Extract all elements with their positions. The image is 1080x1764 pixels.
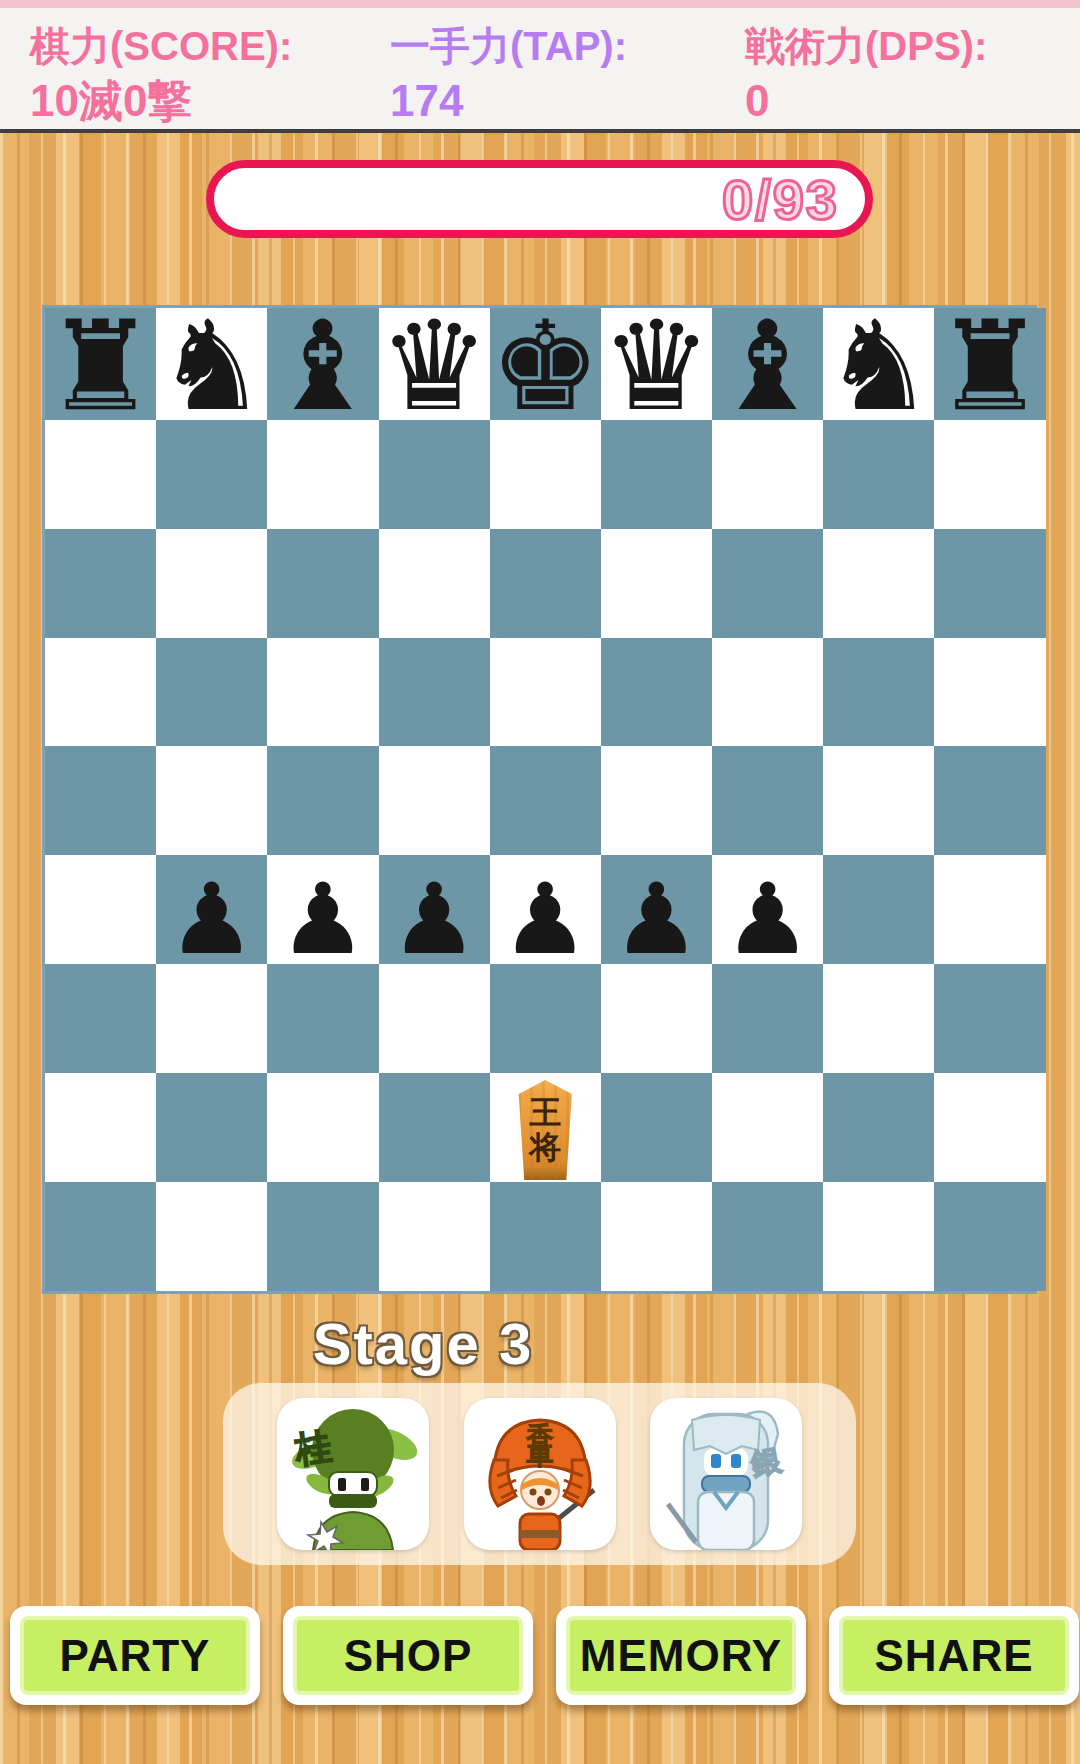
board-cell-r3c2[interactable]	[156, 529, 267, 638]
board-cell-r6c4[interactable]: ♟	[379, 855, 490, 964]
board-cell-r8c2[interactable]	[156, 1073, 267, 1182]
board-cell-r3c7[interactable]	[712, 529, 823, 638]
chess-piece-rook[interactable]: ♜	[934, 308, 1045, 426]
board-cell-r8c7[interactable]	[712, 1073, 823, 1182]
board-cell-r8c4[interactable]	[379, 1073, 490, 1182]
party-button-label: PARTY	[60, 1631, 211, 1681]
board-cell-r1c8[interactable]: ♞	[823, 308, 934, 420]
board-cell-r8c6[interactable]	[601, 1073, 712, 1182]
board-cell-r2c8[interactable]	[823, 420, 934, 529]
board-cell-r6c1[interactable]	[45, 855, 156, 964]
dps-stat: 戦術力(DPS): 0	[745, 20, 987, 126]
board-cell-r5c4[interactable]	[379, 746, 490, 855]
board-cell-r9c4[interactable]	[379, 1182, 490, 1291]
board-cell-r5c6[interactable]	[601, 746, 712, 855]
board-cell-r6c7[interactable]: ♟	[712, 855, 823, 964]
board-cell-r5c8[interactable]	[823, 746, 934, 855]
board-cell-r6c3[interactable]: ♟	[267, 855, 378, 964]
top-pink-strip	[0, 0, 1080, 8]
chess-piece-pawn[interactable]: ♟	[168, 873, 256, 966]
board-cell-r1c2[interactable]: ♞	[156, 308, 267, 420]
chess-piece-pawn[interactable]: ♟	[279, 873, 367, 966]
board-cell-r7c8[interactable]	[823, 964, 934, 1073]
shogi-king-kanji: 将	[529, 1130, 561, 1165]
board-cell-r9c7[interactable]	[712, 1182, 823, 1291]
board-cell-r6c5[interactable]: ♟	[490, 855, 601, 964]
share-button-label: SHARE	[874, 1631, 1033, 1681]
tap-label: 一手力(TAP):	[390, 20, 627, 72]
board-cell-r3c9[interactable]	[934, 529, 1045, 638]
chess-piece-bishop[interactable]: ♝	[712, 308, 823, 426]
board-cell-r4c5[interactable]	[490, 638, 601, 747]
shop-button-label: SHOP	[344, 1631, 473, 1681]
board-cell-r7c7[interactable]	[712, 964, 823, 1073]
board-cell-r8c1[interactable]	[45, 1073, 156, 1182]
board-cell-r9c9[interactable]	[934, 1182, 1045, 1291]
party-member-icon-gin[interactable]: 銀	[650, 1398, 802, 1550]
board-cell-r7c2[interactable]	[156, 964, 267, 1073]
chess-piece-pawn[interactable]: ♟	[390, 873, 478, 966]
chess-piece-pawn[interactable]: ♟	[501, 873, 589, 966]
board-cell-r1c5[interactable]: ♚	[490, 308, 601, 420]
board-cell-r4c8[interactable]	[823, 638, 934, 747]
board-cell-r2c5[interactable]	[490, 420, 601, 529]
board-cell-r8c9[interactable]	[934, 1073, 1045, 1182]
board-cell-r1c4[interactable]: ♛	[379, 308, 490, 420]
board-cell-r7c5[interactable]	[490, 964, 601, 1073]
stage-progress-bar: 0/93	[206, 160, 873, 238]
board-cell-r7c6[interactable]	[601, 964, 712, 1073]
memory-button-label: MEMORY	[580, 1631, 782, 1681]
board-cell-r4c9[interactable]	[934, 638, 1045, 747]
board-cell-r9c3[interactable]	[267, 1182, 378, 1291]
board-cell-r8c3[interactable]	[267, 1073, 378, 1182]
board-cell-r3c8[interactable]	[823, 529, 934, 638]
stats-header: 棋力(SCORE): 10滅0撃 一手力(TAP): 174 戦術力(DPS):…	[0, 8, 1080, 129]
chess-piece-queen[interactable]: ♛	[601, 308, 712, 426]
board-cell-r5c5[interactable]	[490, 746, 601, 855]
board-cell-r5c2[interactable]	[156, 746, 267, 855]
board-cell-r9c1[interactable]	[45, 1182, 156, 1291]
game-board: ♜♞♝♛♚♛♝♞♜♟♟♟♟♟♟王将	[42, 305, 1037, 1294]
board-cell-r1c1[interactable]: ♜	[45, 308, 156, 420]
board-cell-r5c9[interactable]	[934, 746, 1045, 855]
board-cell-r2c4[interactable]	[379, 420, 490, 529]
party-member-icon-keima[interactable]: 桂	[277, 1398, 429, 1550]
party-button[interactable]: PARTY	[10, 1606, 260, 1705]
board-cell-r4c1[interactable]	[45, 638, 156, 747]
chess-piece-rook[interactable]: ♜	[45, 308, 156, 426]
board-cell-r8c5[interactable]: 王将	[490, 1073, 601, 1182]
board-cell-r9c2[interactable]	[156, 1182, 267, 1291]
board-cell-r1c6[interactable]: ♛	[601, 308, 712, 420]
board-cell-r7c1[interactable]	[45, 964, 156, 1073]
member-kanji: 桂	[292, 1425, 334, 1471]
board-cell-r3c6[interactable]	[601, 529, 712, 638]
board-cell-r4c7[interactable]	[712, 638, 823, 747]
chess-piece-bishop[interactable]: ♝	[267, 308, 378, 426]
board-cell-r2c6[interactable]	[601, 420, 712, 529]
share-button[interactable]: SHARE	[829, 1606, 1079, 1705]
chess-piece-pawn[interactable]: ♟	[724, 873, 812, 966]
board-cell-r3c4[interactable]	[379, 529, 490, 638]
board-cell-r5c1[interactable]	[45, 746, 156, 855]
score-stat: 棋力(SCORE): 10滅0撃	[30, 20, 292, 126]
chess-piece-queen[interactable]: ♛	[379, 308, 490, 426]
board-cell-r6c2[interactable]: ♟	[156, 855, 267, 964]
board-cell-r3c5[interactable]	[490, 529, 601, 638]
progress-count: 0/93	[722, 167, 839, 232]
score-label: 棋力(SCORE):	[30, 20, 292, 72]
board-cell-r9c5[interactable]	[490, 1182, 601, 1291]
board-cell-r9c8[interactable]	[823, 1182, 934, 1291]
shogi-king-tile[interactable]: 王将	[506, 1080, 584, 1180]
memory-button[interactable]: MEMORY	[556, 1606, 806, 1705]
chess-piece-pawn[interactable]: ♟	[613, 873, 701, 966]
board-cell-r1c9[interactable]: ♜	[934, 308, 1045, 420]
party-member-icon-kyosha[interactable]: 香 車	[464, 1398, 616, 1550]
board-cell-r8c8[interactable]	[823, 1073, 934, 1182]
board-cell-r5c7[interactable]	[712, 746, 823, 855]
board-cell-r3c3[interactable]	[267, 529, 378, 638]
member-kanji-bottom: 車	[526, 1440, 554, 1470]
board-cell-r5c3[interactable]	[267, 746, 378, 855]
chess-piece-king[interactable]: ♚	[490, 308, 601, 426]
dps-value: 0	[745, 76, 987, 126]
header-divider	[0, 129, 1080, 133]
chess-piece-knight[interactable]: ♞	[156, 308, 267, 426]
board-cell-r3c1[interactable]	[45, 529, 156, 638]
stage-label: Stage 3	[233, 1310, 613, 1377]
board-cell-r2c7[interactable]	[712, 420, 823, 529]
score-value: 10滅0撃	[30, 76, 292, 126]
board-cell-r1c3[interactable]: ♝	[267, 308, 378, 420]
board-cell-r4c6[interactable]	[601, 638, 712, 747]
party-panel: 桂 香 車 銀	[223, 1383, 856, 1565]
board-cell-r7c3[interactable]	[267, 964, 378, 1073]
chess-piece-knight[interactable]: ♞	[823, 308, 934, 426]
board-cell-r1c7[interactable]: ♝	[712, 308, 823, 420]
board-cell-r2c2[interactable]	[156, 420, 267, 529]
board-cell-r4c2[interactable]	[156, 638, 267, 747]
tap-value: 174	[390, 76, 627, 126]
board-cell-r7c9[interactable]	[934, 964, 1045, 1073]
board-cell-r7c4[interactable]	[379, 964, 490, 1073]
dps-label: 戦術力(DPS):	[745, 20, 987, 72]
board-cell-r4c3[interactable]	[267, 638, 378, 747]
board-cell-r6c9[interactable]	[934, 855, 1045, 964]
board-cell-r2c1[interactable]	[45, 420, 156, 529]
board-cell-r6c8[interactable]	[823, 855, 934, 964]
tap-stat: 一手力(TAP): 174	[390, 20, 627, 126]
board-cell-r9c6[interactable]	[601, 1182, 712, 1291]
board-cell-r2c3[interactable]	[267, 420, 378, 529]
shop-button[interactable]: SHOP	[283, 1606, 533, 1705]
shogi-king-kanji: 王	[529, 1095, 561, 1130]
board-cell-r2c9[interactable]	[934, 420, 1045, 529]
board-cell-r4c4[interactable]	[379, 638, 490, 747]
board-cell-r6c6[interactable]: ♟	[601, 855, 712, 964]
